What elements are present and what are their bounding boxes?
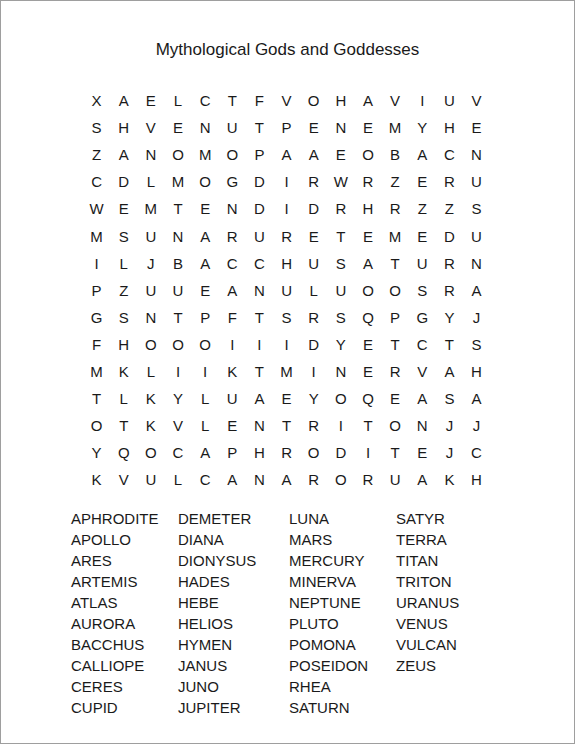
word-list-item: URANUS [396,592,459,613]
grid-cell: H [273,250,300,277]
word-list-item: TERRA [396,529,459,550]
grid-cell: N [246,412,273,439]
grid-cell: V [463,87,490,114]
grid-cell: U [463,222,490,249]
word-list-item: VENUS [396,613,459,634]
grid-cell: L [300,277,327,304]
grid-cell: U [273,277,300,304]
grid-cell: U [382,466,409,493]
grid-cell: M [273,358,300,385]
grid-cell: A [219,466,246,493]
word-list-item: CERES [71,676,178,697]
grid-cell: A [110,87,137,114]
grid-cell: Q [354,385,381,412]
grid-cell: E [192,195,219,222]
grid-cell: I [273,331,300,358]
grid-cell: Q [110,439,137,466]
grid-cell: U [246,222,273,249]
grid-cell: C [246,250,273,277]
grid-cell: T [436,331,463,358]
grid-cell: U [300,250,327,277]
grid-cell: S [110,222,137,249]
word-list-item: APHRODITE [71,508,178,529]
grid-cell: Z [382,168,409,195]
grid-cell: E [110,195,137,222]
grid-cell: H [463,358,490,385]
grid-cell: E [463,114,490,141]
word-list-item: DIONYSUS [178,550,289,571]
grid-cell: C [219,250,246,277]
letter-grid: XAELCTFVOHAVIUVSHVENUTPENEMYHEZANOMOPAAE… [83,87,490,493]
grid-cell: V [137,114,164,141]
grid-cell: Z [436,195,463,222]
grid-cell: N [246,466,273,493]
grid-cell: Y [164,385,191,412]
grid-cell: R [300,304,327,331]
word-list-item: PLUTO [289,613,396,634]
grid-cell: V [273,87,300,114]
word-list-item: HYMEN [178,634,289,655]
grid-cell: R [382,195,409,222]
grid-cell: N [192,114,219,141]
grid-cell: P [83,277,110,304]
grid-cell: K [137,385,164,412]
word-list-item: HEBE [178,592,289,613]
grid-cell: F [246,87,273,114]
grid-cell: R [436,168,463,195]
grid-cell: N [327,114,354,141]
grid-cell: B [382,141,409,168]
word-list-item: TITAN [396,550,459,571]
word-list-item: BACCHUS [71,634,178,655]
grid-cell: U [137,466,164,493]
grid-cell: S [409,277,436,304]
grid-cell: A [354,87,381,114]
grid-cell: D [300,195,327,222]
grid-cell: S [327,304,354,331]
grid-cell: L [110,385,137,412]
word-list-item: TRITON [396,571,459,592]
grid-cell: O [382,277,409,304]
grid-cell: T [382,439,409,466]
grid-cell: J [436,412,463,439]
grid-cell: O [192,168,219,195]
word-list-item: ATLAS [71,592,178,613]
grid-cell: P [219,439,246,466]
grid-cell: E [192,277,219,304]
word-list-item: NEPTUNE [289,592,396,613]
grid-cell: G [219,168,246,195]
grid-cell: E [137,87,164,114]
grid-cell: N [327,358,354,385]
grid-cell: W [327,168,354,195]
grid-cell: M [382,114,409,141]
grid-cell: V [409,358,436,385]
grid-cell: U [463,168,490,195]
word-list-item: DIANA [178,529,289,550]
word-list-item: CUPID [71,697,178,718]
grid-cell: K [137,412,164,439]
grid-cell: O [83,412,110,439]
grid-cell: R [300,412,327,439]
grid-cell: E [300,222,327,249]
grid-cell: D [246,195,273,222]
grid-cell: P [382,304,409,331]
word-list-column: LUNAMARSMERCURYMINERVANEPTUNEPLUTOPOMONA… [289,508,396,718]
grid-cell: M [83,222,110,249]
grid-cell: S [83,114,110,141]
grid-cell: A [409,385,436,412]
grid-cell: E [164,114,191,141]
grid-cell: N [164,222,191,249]
grid-cell: R [273,439,300,466]
grid-cell: M [137,195,164,222]
grid-cell: P [192,304,219,331]
grid-cell: T [382,250,409,277]
grid-cell: L [164,87,191,114]
grid-cell: E [409,168,436,195]
grid-cell: U [409,250,436,277]
grid-cell: T [246,358,273,385]
grid-cell: I [192,358,219,385]
grid-cell: O [219,141,246,168]
grid-cell: I [164,358,191,385]
grid-cell: O [300,439,327,466]
grid-cell: S [327,250,354,277]
word-list-item: JUNO [178,676,289,697]
word-list-item: MARS [289,529,396,550]
grid-cell: D [300,331,327,358]
grid-cell: A [300,141,327,168]
grid-cell: T [354,412,381,439]
word-list-item: ZEUS [396,655,459,676]
grid-cell: U [436,87,463,114]
grid-cell: A [110,141,137,168]
grid-cell: C [192,87,219,114]
grid-cell: O [137,439,164,466]
grid-cell: A [219,277,246,304]
grid-cell: T [164,304,191,331]
grid-cell: M [382,222,409,249]
grid-cell: F [219,304,246,331]
grid-cell: L [137,358,164,385]
grid-cell: I [219,331,246,358]
grid-cell: L [164,466,191,493]
grid-cell: E [273,385,300,412]
grid-cell: I [273,195,300,222]
grid-cell: Y [83,439,110,466]
grid-cell: A [246,385,273,412]
grid-cell: O [192,331,219,358]
grid-cell: A [192,222,219,249]
grid-cell: J [463,412,490,439]
grid-cell: H [354,195,381,222]
grid-cell: N [137,304,164,331]
grid-cell: V [110,466,137,493]
grid-cell: S [273,304,300,331]
word-list: APHRODITEAPOLLOARESARTEMISATLASAURORABAC… [71,508,459,718]
grid-cell: R [273,222,300,249]
grid-cell: E [354,358,381,385]
grid-cell: T [110,412,137,439]
word-list-item: ARTEMIS [71,571,178,592]
grid-cell: Z [83,141,110,168]
grid-cell: K [219,358,246,385]
puzzle-title: Mythological Gods and Goddesses [1,40,574,60]
grid-cell: V [164,412,191,439]
grid-cell: X [83,87,110,114]
grid-cell: M [192,141,219,168]
grid-cell: R [219,222,246,249]
grid-cell: S [110,304,137,331]
grid-cell: I [273,168,300,195]
grid-cell: I [409,87,436,114]
word-list-column: DEMETERDIANADIONYSUSHADESHEBEHELIOSHYMEN… [178,508,289,718]
grid-cell: H [327,87,354,114]
grid-cell: R [354,466,381,493]
grid-cell: H [436,114,463,141]
word-list-item: VULCAN [396,634,459,655]
grid-cell: A [409,466,436,493]
grid-cell: T [246,304,273,331]
grid-cell: E [354,114,381,141]
word-list-item: AURORA [71,613,178,634]
word-list-item: ARES [71,550,178,571]
grid-cell: A [409,141,436,168]
grid-cell: T [83,385,110,412]
grid-cell: R [327,195,354,222]
grid-cell: A [436,358,463,385]
grid-cell: O [300,87,327,114]
grid-cell: E [382,385,409,412]
grid-cell: O [327,466,354,493]
grid-cell: T [382,331,409,358]
grid-cell: H [110,331,137,358]
grid-cell: E [409,439,436,466]
grid-cell: A [354,250,381,277]
word-list-item: RHEA [289,676,396,697]
grid-cell: H [463,466,490,493]
grid-cell: L [137,168,164,195]
grid-cell: I [83,250,110,277]
grid-cell: T [219,87,246,114]
grid-cell: L [192,385,219,412]
word-list-item: APOLLO [71,529,178,550]
grid-cell: Z [409,195,436,222]
grid-cell: C [463,439,490,466]
word-list-item: MINERVA [289,571,396,592]
grid-cell: N [219,195,246,222]
grid-cell: E [219,412,246,439]
grid-cell: P [273,114,300,141]
grid-cell: N [463,250,490,277]
grid-cell: R [300,466,327,493]
grid-cell: N [137,141,164,168]
grid-cell: V [382,87,409,114]
grid-cell: F [83,331,110,358]
grid-cell: J [137,250,164,277]
grid-cell: R [354,168,381,195]
grid-cell: T [273,412,300,439]
grid-cell: Z [110,277,137,304]
grid-cell: D [246,168,273,195]
grid-cell: C [409,331,436,358]
grid-cell: A [463,277,490,304]
grid-cell: D [436,222,463,249]
grid-cell: S [436,385,463,412]
grid-cell: C [192,466,219,493]
grid-cell: J [463,304,490,331]
word-list-item: JANUS [178,655,289,676]
grid-cell: U [137,277,164,304]
grid-cell: D [327,439,354,466]
grid-cell: E [409,222,436,249]
grid-cell: A [273,141,300,168]
grid-cell: I [300,358,327,385]
grid-cell: Y [436,304,463,331]
grid-cell: R [436,250,463,277]
grid-cell: M [83,358,110,385]
grid-cell: E [327,141,354,168]
word-list-item: POSEIDON [289,655,396,676]
grid-cell: U [219,114,246,141]
grid-cell: I [354,439,381,466]
grid-cell: O [327,385,354,412]
grid-cell: R [382,358,409,385]
word-list-item: SATYR [396,508,459,529]
grid-cell: A [192,439,219,466]
word-list-item: CALLIOPE [71,655,178,676]
grid-cell: K [83,466,110,493]
grid-cell: J [436,439,463,466]
grid-cell: Y [327,331,354,358]
grid-cell: I [327,412,354,439]
word-list-item: HADES [178,571,289,592]
grid-cell: E [354,222,381,249]
grid-cell: E [354,331,381,358]
grid-cell: U [164,277,191,304]
grid-cell: O [354,277,381,304]
grid-cell: O [354,141,381,168]
grid-cell: H [110,114,137,141]
grid-cell: U [137,222,164,249]
grid-cell: B [164,250,191,277]
grid-cell: O [137,331,164,358]
worksheet-page: Mythological Gods and Goddesses XAELCTFV… [0,0,575,744]
word-list-item: SATURN [289,697,396,718]
grid-cell: G [83,304,110,331]
word-list-item: LUNA [289,508,396,529]
word-list-item: JUPITER [178,697,289,718]
grid-cell: A [463,385,490,412]
grid-cell: N [409,412,436,439]
grid-cell: T [327,222,354,249]
grid-cell: S [463,331,490,358]
grid-cell: I [246,331,273,358]
grid-cell: G [409,304,436,331]
grid-cell: K [110,358,137,385]
grid-cell: R [300,168,327,195]
grid-cell: P [246,141,273,168]
word-list-column: APHRODITEAPOLLOARESARTEMISATLASAURORABAC… [71,508,178,718]
grid-cell: S [463,195,490,222]
grid-cell: O [382,412,409,439]
grid-cell: N [463,141,490,168]
grid-cell: U [327,277,354,304]
word-list-item: HELIOS [178,613,289,634]
grid-cell: L [192,412,219,439]
grid-cell: H [246,439,273,466]
grid-cell: D [110,168,137,195]
grid-cell: C [164,439,191,466]
grid-cell: C [436,141,463,168]
grid-cell: K [436,466,463,493]
grid-cell: Y [409,114,436,141]
grid-cell: U [219,385,246,412]
word-list-item: MERCURY [289,550,396,571]
grid-cell: M [164,168,191,195]
grid-cell: R [436,277,463,304]
grid-cell: W [83,195,110,222]
grid-cell: N [246,277,273,304]
grid-cell: T [164,195,191,222]
word-list-item: DEMETER [178,508,289,529]
grid-cell: A [273,466,300,493]
grid-cell: O [164,331,191,358]
grid-cell: T [246,114,273,141]
grid-cell: E [300,114,327,141]
grid-cell: O [164,141,191,168]
word-list-column: SATYRTERRATITANTRITONURANUSVENUSVULCANZE… [396,508,459,676]
word-list-item: POMONA [289,634,396,655]
grid-cell: C [83,168,110,195]
grid-cell: A [192,250,219,277]
grid-cell: Q [354,304,381,331]
grid-cell: Y [300,385,327,412]
grid-cell: L [110,250,137,277]
